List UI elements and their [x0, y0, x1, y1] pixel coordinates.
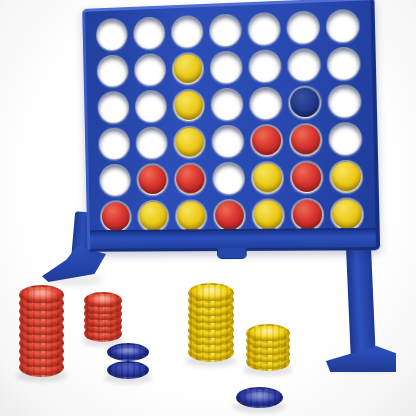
hole [330, 197, 364, 231]
empty-hole [133, 16, 166, 50]
cell-r1-c3[interactable] [168, 13, 207, 51]
red-disc [84, 292, 122, 309]
cell-r1-c7[interactable] [322, 7, 363, 46]
blue-disc [107, 343, 149, 361]
red-disc[interactable] [176, 164, 205, 193]
empty-hole [210, 51, 243, 85]
board-frame [82, 0, 380, 252]
red-disc[interactable] [215, 201, 244, 230]
cell-r1-c2[interactable] [130, 14, 168, 52]
red-disc-stack-medium[interactable] [84, 292, 122, 342]
board-grid [93, 7, 368, 235]
connect-four-board [82, 0, 380, 252]
hole [251, 198, 285, 232]
red-disc[interactable] [252, 126, 282, 156]
yellow-disc[interactable] [175, 128, 204, 157]
cell-r4-c3[interactable] [170, 123, 209, 161]
hole [250, 124, 284, 158]
empty-hole [209, 13, 242, 47]
yellow-disc[interactable] [332, 199, 362, 229]
yellow-disc[interactable] [174, 91, 203, 121]
red-disc[interactable] [291, 125, 321, 155]
empty-hole [327, 84, 361, 118]
cell-r1-c4[interactable] [206, 11, 245, 49]
cell-r4-c5[interactable] [247, 122, 287, 160]
hole [251, 161, 285, 195]
blue-disc [236, 387, 283, 408]
cell-r3-c6[interactable] [285, 83, 325, 121]
hole [288, 85, 322, 119]
empty-hole [97, 54, 129, 87]
cell-r3-c7[interactable] [324, 82, 365, 121]
red-disc [19, 285, 64, 305]
empty-hole [286, 10, 320, 45]
hole [213, 199, 246, 232]
cell-r4-c6[interactable] [286, 121, 326, 159]
cell-r3-c2[interactable] [132, 88, 170, 126]
cell-r2-c6[interactable] [284, 46, 324, 85]
hole [290, 160, 324, 194]
hole [172, 89, 205, 123]
cell-r5-c4[interactable] [209, 160, 248, 198]
cell-r3-c4[interactable] [207, 85, 246, 123]
empty-hole [328, 122, 362, 156]
left-foot-shadow [46, 276, 104, 285]
cell-r5-c3[interactable] [171, 160, 210, 197]
empty-hole [135, 90, 168, 123]
scene [0, 0, 416, 416]
red-disc[interactable] [292, 162, 322, 192]
empty-hole [99, 164, 131, 197]
yellow-disc[interactable] [331, 162, 361, 192]
empty-hole [211, 125, 244, 159]
empty-hole [326, 46, 360, 81]
hole [175, 199, 208, 232]
cell-r2-c2[interactable] [131, 51, 169, 89]
hole [137, 200, 170, 233]
yellow-disc[interactable] [139, 202, 168, 231]
cell-r3-c3[interactable] [169, 87, 208, 125]
yellow-disc[interactable] [177, 201, 206, 230]
hole [290, 198, 324, 232]
cell-r2-c7[interactable] [323, 44, 364, 83]
cell-r4-c4[interactable] [208, 123, 247, 161]
empty-hole [210, 88, 243, 122]
hole [329, 160, 363, 194]
blue-disc [107, 361, 149, 379]
hole [100, 200, 132, 233]
yellow-disc[interactable] [253, 163, 283, 193]
empty-hole [135, 126, 168, 159]
hole [289, 123, 323, 157]
hole [171, 52, 204, 86]
empty-hole [247, 12, 281, 46]
hole [173, 126, 206, 159]
red-disc-stack-tall[interactable] [19, 285, 64, 377]
cell-r2-c4[interactable] [207, 48, 246, 86]
right-foot-shadow [330, 362, 394, 372]
cell-r1-c6[interactable] [283, 8, 323, 47]
yellow-disc-stack-tall[interactable] [188, 283, 234, 362]
empty-hole [287, 48, 321, 82]
yellow-disc [188, 283, 234, 303]
red-disc[interactable] [102, 202, 130, 231]
empty-hole [97, 91, 129, 124]
cell-r4-c2[interactable] [132, 124, 170, 161]
cell-r5-c2[interactable] [133, 161, 171, 198]
cell-r2-c5[interactable] [245, 47, 285, 85]
yellow-disc[interactable] [253, 200, 283, 229]
cell-r5-c1[interactable] [96, 162, 134, 199]
board-center-tab [217, 248, 247, 259]
yellow-disc-stack-medium[interactable] [246, 324, 290, 371]
empty-hole [171, 15, 204, 49]
blue-disc[interactable] [290, 87, 320, 117]
empty-hole [249, 86, 283, 120]
yellow-disc [246, 324, 290, 343]
empty-hole [212, 162, 245, 196]
cell-r2-c3[interactable] [169, 50, 208, 88]
cell-r2-c1[interactable] [94, 52, 132, 90]
empty-hole [96, 18, 128, 52]
red-disc[interactable] [138, 165, 167, 194]
empty-hole [326, 9, 360, 44]
cell-r4-c1[interactable] [95, 125, 133, 162]
cell-r4-c7[interactable] [325, 120, 366, 158]
cell-r5-c6[interactable] [286, 158, 326, 196]
yellow-disc[interactable] [173, 54, 202, 84]
empty-hole [134, 53, 167, 87]
blue-disc-stack-pair[interactable] [107, 343, 149, 379]
empty-hole [248, 49, 282, 83]
board-bottom-rail [90, 228, 376, 249]
blue-disc-single[interactable] [236, 374, 283, 408]
red-disc[interactable] [292, 200, 322, 230]
empty-hole [98, 127, 130, 160]
hole [174, 162, 207, 195]
cell-r1-c5[interactable] [244, 10, 284, 49]
cell-r3-c5[interactable] [246, 84, 286, 122]
cell-r3-c1[interactable] [94, 89, 132, 126]
cell-r5-c7[interactable] [326, 157, 367, 195]
cell-r1-c1[interactable] [93, 16, 131, 54]
hole [136, 163, 169, 196]
cell-r5-c5[interactable] [248, 159, 288, 197]
